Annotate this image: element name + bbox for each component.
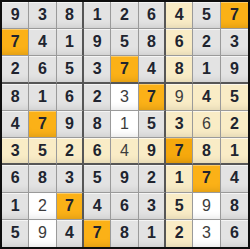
cell-r1c5[interactable]: 2 (111, 2, 138, 29)
cell-r7c8[interactable]: 7 (193, 165, 220, 192)
cell-r4c2[interactable]: 1 (29, 84, 56, 111)
cell-r7c1[interactable]: 6 (2, 165, 29, 192)
cell-r5c3[interactable]: 9 (57, 111, 84, 138)
cell-r1c9[interactable]: 7 (221, 2, 248, 29)
cell-r9c5[interactable]: 8 (111, 220, 138, 247)
cell-r7c4[interactable]: 5 (84, 165, 111, 192)
cell-r9c2[interactable]: 9 (29, 220, 56, 247)
cell-r5c5[interactable]: 1 (111, 111, 138, 138)
cell-r2c3[interactable]: 1 (57, 29, 84, 56)
cell-r4c6[interactable]: 7 (139, 84, 166, 111)
cell-r4c7[interactable]: 9 (166, 84, 193, 111)
cell-r6c5[interactable]: 4 (111, 138, 138, 165)
cell-r6c1[interactable]: 3 (2, 138, 29, 165)
cell-r8c8[interactable]: 9 (193, 193, 220, 220)
cell-r5c7[interactable]: 3 (166, 111, 193, 138)
cell-r8c2[interactable]: 2 (29, 193, 56, 220)
cell-r4c3[interactable]: 6 (57, 84, 84, 111)
cell-r8c3[interactable]: 7 (57, 193, 84, 220)
cell-r2c5[interactable]: 5 (111, 29, 138, 56)
cell-r7c6[interactable]: 2 (139, 165, 166, 192)
cell-r2c1[interactable]: 7 (2, 29, 29, 56)
cell-r8c9[interactable]: 8 (221, 193, 248, 220)
cell-r9c4[interactable]: 7 (84, 220, 111, 247)
cell-r6c7[interactable]: 7 (166, 138, 193, 165)
cell-r4c9[interactable]: 5 (221, 84, 248, 111)
cell-r9c3[interactable]: 4 (57, 220, 84, 247)
cell-r3c4[interactable]: 3 (84, 56, 111, 83)
sudoku-board: 9381264577419586232653748198162379454798… (0, 0, 250, 249)
cell-r1c2[interactable]: 3 (29, 2, 56, 29)
cell-r6c9[interactable]: 1 (221, 138, 248, 165)
cell-r5c2[interactable]: 7 (29, 111, 56, 138)
cell-r6c8[interactable]: 8 (193, 138, 220, 165)
cell-r3c3[interactable]: 5 (57, 56, 84, 83)
cell-r7c9[interactable]: 4 (221, 165, 248, 192)
cell-r7c2[interactable]: 8 (29, 165, 56, 192)
cell-r5c1[interactable]: 4 (2, 111, 29, 138)
cell-r1c8[interactable]: 5 (193, 2, 220, 29)
cell-r9c1[interactable]: 5 (2, 220, 29, 247)
cell-r1c6[interactable]: 6 (139, 2, 166, 29)
cell-r1c7[interactable]: 4 (166, 2, 193, 29)
cell-r9c6[interactable]: 1 (139, 220, 166, 247)
cell-r5c4[interactable]: 8 (84, 111, 111, 138)
cell-r3c5[interactable]: 7 (111, 56, 138, 83)
cell-r5c9[interactable]: 2 (221, 111, 248, 138)
cell-r7c5[interactable]: 9 (111, 165, 138, 192)
cell-r9c9[interactable]: 6 (221, 220, 248, 247)
cell-r5c6[interactable]: 5 (139, 111, 166, 138)
cell-r6c6[interactable]: 9 (139, 138, 166, 165)
cell-r6c3[interactable]: 2 (57, 138, 84, 165)
cell-r2c6[interactable]: 8 (139, 29, 166, 56)
cell-r3c2[interactable]: 6 (29, 56, 56, 83)
cell-r2c4[interactable]: 9 (84, 29, 111, 56)
cell-r6c4[interactable]: 6 (84, 138, 111, 165)
cell-r7c3[interactable]: 3 (57, 165, 84, 192)
cell-r1c1[interactable]: 9 (2, 2, 29, 29)
cell-r8c5[interactable]: 6 (111, 193, 138, 220)
cell-r5c8[interactable]: 6 (193, 111, 220, 138)
cell-r2c9[interactable]: 3 (221, 29, 248, 56)
cell-r3c6[interactable]: 4 (139, 56, 166, 83)
cell-r8c7[interactable]: 5 (166, 193, 193, 220)
cell-r4c8[interactable]: 4 (193, 84, 220, 111)
cell-r3c7[interactable]: 8 (166, 56, 193, 83)
cell-r4c5[interactable]: 3 (111, 84, 138, 111)
cell-r2c2[interactable]: 4 (29, 29, 56, 56)
cell-r1c4[interactable]: 1 (84, 2, 111, 29)
cell-r6c2[interactable]: 5 (29, 138, 56, 165)
cell-r9c8[interactable]: 3 (193, 220, 220, 247)
cell-r8c6[interactable]: 3 (139, 193, 166, 220)
cell-r3c1[interactable]: 2 (2, 56, 29, 83)
cell-r4c4[interactable]: 2 (84, 84, 111, 111)
cell-r4c1[interactable]: 8 (2, 84, 29, 111)
cell-r9c7[interactable]: 2 (166, 220, 193, 247)
cell-r2c8[interactable]: 2 (193, 29, 220, 56)
cell-r7c7[interactable]: 1 (166, 165, 193, 192)
cell-r8c1[interactable]: 1 (2, 193, 29, 220)
cell-r1c3[interactable]: 8 (57, 2, 84, 29)
cell-r8c4[interactable]: 4 (84, 193, 111, 220)
cell-r2c7[interactable]: 6 (166, 29, 193, 56)
cell-r3c9[interactable]: 9 (221, 56, 248, 83)
cell-r3c8[interactable]: 1 (193, 56, 220, 83)
